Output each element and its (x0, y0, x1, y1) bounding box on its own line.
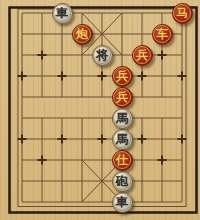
piece-black-general[interactable]: 将 (92, 45, 113, 66)
piece-red-chariot[interactable]: 车 (152, 24, 173, 45)
piece-glyph: 将 (96, 45, 108, 66)
piece-red-cannon[interactable]: 炮 (72, 24, 93, 45)
piece-black-horse[interactable]: 馬 (112, 108, 133, 129)
piece-glyph: 砲 (116, 171, 128, 192)
piece-glyph: 兵 (116, 87, 128, 108)
piece-glyph: 馬 (116, 108, 128, 129)
piece-black-chariot[interactable]: 車 (112, 192, 133, 213)
piece-red-horse[interactable]: 马 (172, 3, 193, 24)
piece-glyph: 兵 (136, 45, 148, 66)
piece-black-cannon[interactable]: 砲 (112, 171, 133, 192)
piece-red-soldier[interactable]: 兵 (112, 66, 133, 87)
piece-black-chariot[interactable]: 車 (52, 3, 73, 24)
piece-red-soldier[interactable]: 兵 (112, 87, 133, 108)
piece-glyph: 馬 (116, 129, 128, 150)
piece-glyph: 車 (116, 192, 128, 213)
piece-glyph: 車 (56, 3, 68, 24)
piece-glyph: 马 (176, 3, 188, 24)
piece-black-horse[interactable]: 馬 (112, 129, 133, 150)
piece-glyph: 车 (156, 24, 168, 45)
piece-glyph: 兵 (116, 66, 128, 87)
piece-glyph: 仕 (116, 150, 128, 171)
piece-glyph: 炮 (76, 24, 88, 45)
piece-red-advisor[interactable]: 仕 (112, 150, 133, 171)
piece-red-soldier[interactable]: 兵 (132, 45, 153, 66)
xiangqi-board[interactable]: 車马炮车将兵兵兵馬馬仕砲車 (0, 0, 200, 220)
